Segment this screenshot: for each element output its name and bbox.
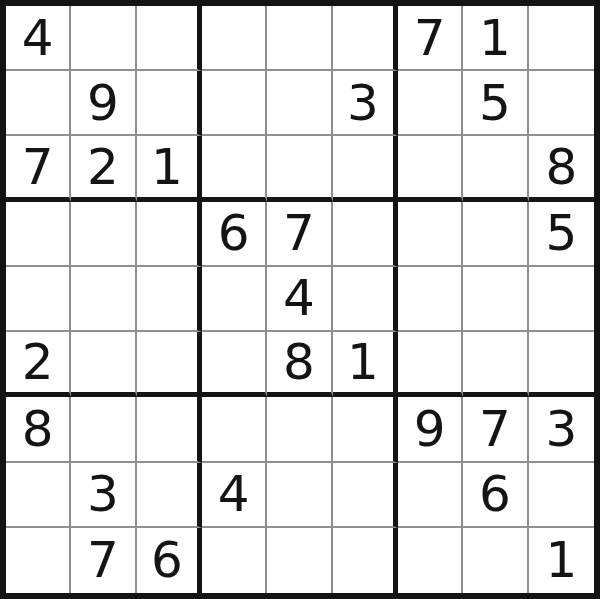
- cell-r3c2[interactable]: 2: [71, 136, 136, 201]
- cell-r8c5[interactable]: [267, 463, 332, 528]
- cell-r8c6[interactable]: [333, 463, 398, 528]
- cell-r1c7[interactable]: 7: [398, 6, 463, 71]
- cell-r8c7[interactable]: [398, 463, 463, 528]
- cell-r2c1[interactable]: [6, 71, 71, 136]
- cell-r6c9[interactable]: [529, 332, 594, 397]
- cell-r1c3[interactable]: [137, 6, 202, 71]
- cell-r2c3[interactable]: [137, 71, 202, 136]
- cell-r3c8[interactable]: [463, 136, 528, 201]
- cell-r5c4[interactable]: [202, 267, 267, 332]
- sudoku-puzzle: 471935721867542818973346761: [0, 0, 600, 599]
- cell-r8c1[interactable]: [6, 463, 71, 528]
- cell-r7c8[interactable]: 7: [463, 397, 528, 462]
- cell-r6c7[interactable]: [398, 332, 463, 397]
- cell-r8c8[interactable]: 6: [463, 463, 528, 528]
- cell-r5c7[interactable]: [398, 267, 463, 332]
- cell-r4c4[interactable]: 6: [202, 202, 267, 267]
- cell-r9c5[interactable]: [267, 528, 332, 593]
- cell-r7c6[interactable]: [333, 397, 398, 462]
- cell-r7c3[interactable]: [137, 397, 202, 462]
- cell-r4c3[interactable]: [137, 202, 202, 267]
- cell-r8c3[interactable]: [137, 463, 202, 528]
- cell-r4c8[interactable]: [463, 202, 528, 267]
- cell-r2c2[interactable]: 9: [71, 71, 136, 136]
- cell-r4c1[interactable]: [6, 202, 71, 267]
- cell-r1c8[interactable]: 1: [463, 6, 528, 71]
- cell-r3c5[interactable]: [267, 136, 332, 201]
- cell-r4c6[interactable]: [333, 202, 398, 267]
- cell-r9c3[interactable]: 6: [137, 528, 202, 593]
- cell-r6c8[interactable]: [463, 332, 528, 397]
- cell-r4c5[interactable]: 7: [267, 202, 332, 267]
- cell-r7c9[interactable]: 3: [529, 397, 594, 462]
- cell-r2c8[interactable]: 5: [463, 71, 528, 136]
- cell-r5c1[interactable]: [6, 267, 71, 332]
- cell-r1c9[interactable]: [529, 6, 594, 71]
- cell-r2c4[interactable]: [202, 71, 267, 136]
- cell-r5c9[interactable]: [529, 267, 594, 332]
- cell-r8c4[interactable]: 4: [202, 463, 267, 528]
- cell-r6c4[interactable]: [202, 332, 267, 397]
- cell-r3c6[interactable]: [333, 136, 398, 201]
- cell-r2c7[interactable]: [398, 71, 463, 136]
- cell-r6c5[interactable]: 8: [267, 332, 332, 397]
- cell-r6c6[interactable]: 1: [333, 332, 398, 397]
- cell-r9c7[interactable]: [398, 528, 463, 593]
- cell-r8c2[interactable]: 3: [71, 463, 136, 528]
- cell-r7c7[interactable]: 9: [398, 397, 463, 462]
- cell-r6c2[interactable]: [71, 332, 136, 397]
- cell-r5c6[interactable]: [333, 267, 398, 332]
- cell-r1c6[interactable]: [333, 6, 398, 71]
- cell-r9c4[interactable]: [202, 528, 267, 593]
- sudoku-board: 471935721867542818973346761: [0, 0, 600, 599]
- cell-r4c2[interactable]: [71, 202, 136, 267]
- cell-r1c4[interactable]: [202, 6, 267, 71]
- cell-r9c9[interactable]: 1: [529, 528, 594, 593]
- cell-r9c2[interactable]: 7: [71, 528, 136, 593]
- cell-r1c5[interactable]: [267, 6, 332, 71]
- cell-r7c1[interactable]: 8: [6, 397, 71, 462]
- cell-r9c8[interactable]: [463, 528, 528, 593]
- cell-r3c4[interactable]: [202, 136, 267, 201]
- cell-r3c7[interactable]: [398, 136, 463, 201]
- cell-r3c1[interactable]: 7: [6, 136, 71, 201]
- cell-r5c2[interactable]: [71, 267, 136, 332]
- cell-r2c5[interactable]: [267, 71, 332, 136]
- cell-r1c2[interactable]: [71, 6, 136, 71]
- cell-r9c6[interactable]: [333, 528, 398, 593]
- cell-r7c4[interactable]: [202, 397, 267, 462]
- cell-r2c9[interactable]: [529, 71, 594, 136]
- cell-r5c5[interactable]: 4: [267, 267, 332, 332]
- cell-r4c7[interactable]: [398, 202, 463, 267]
- cell-r7c5[interactable]: [267, 397, 332, 462]
- cell-r4c9[interactable]: 5: [529, 202, 594, 267]
- cell-r9c1[interactable]: [6, 528, 71, 593]
- cell-r1c1[interactable]: 4: [6, 6, 71, 71]
- cell-r3c3[interactable]: 1: [137, 136, 202, 201]
- cell-r2c6[interactable]: 3: [333, 71, 398, 136]
- cell-r6c3[interactable]: [137, 332, 202, 397]
- cell-r3c9[interactable]: 8: [529, 136, 594, 201]
- cell-r6c1[interactable]: 2: [6, 332, 71, 397]
- cell-r7c2[interactable]: [71, 397, 136, 462]
- cell-r5c3[interactable]: [137, 267, 202, 332]
- cell-r5c8[interactable]: [463, 267, 528, 332]
- cell-r8c9[interactable]: [529, 463, 594, 528]
